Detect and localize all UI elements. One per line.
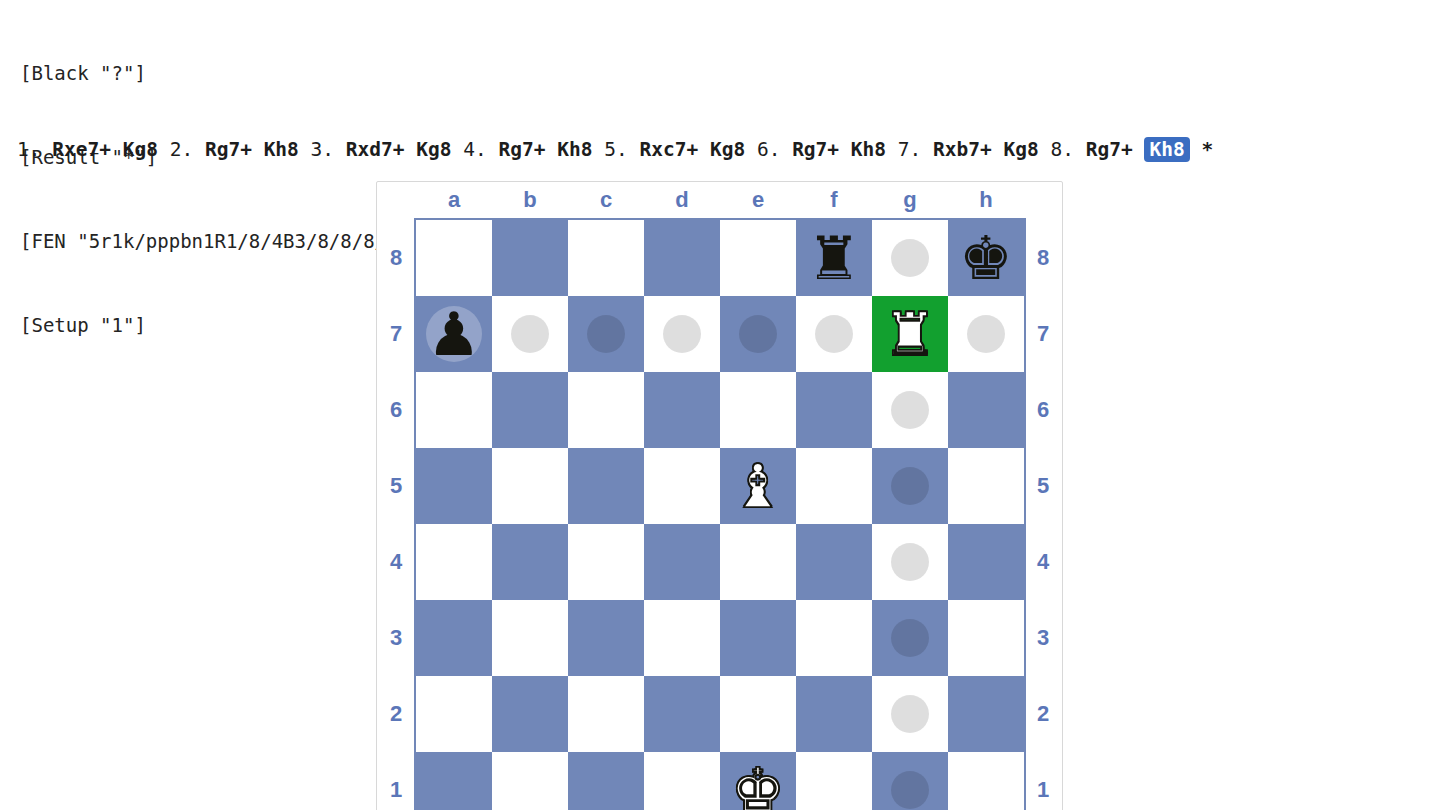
square-d5[interactable]	[644, 448, 720, 524]
square-a3[interactable]	[416, 600, 492, 676]
move-number: 4.	[463, 138, 486, 161]
square-f6[interactable]	[796, 372, 872, 448]
square-e8[interactable]	[720, 220, 796, 296]
file-label-h: h	[948, 182, 1024, 218]
file-label-c: c	[568, 182, 644, 218]
square-a4[interactable]	[416, 524, 492, 600]
move-number: 6.	[757, 138, 780, 161]
legal-move-dot[interactable]	[739, 315, 777, 353]
square-d2[interactable]	[644, 676, 720, 752]
square-b7[interactable]	[492, 296, 568, 372]
move[interactable]: Rg7+	[792, 138, 839, 161]
rank-label-7: 7	[1024, 296, 1062, 372]
white-king-piece[interactable]: ♚	[720, 752, 796, 810]
white-bishop-piece[interactable]: ♝	[720, 448, 796, 524]
square-g3[interactable]	[872, 600, 948, 676]
chess-board-widget: abcdefgh 87654321 87654321 ♜♚♟♜♝♚	[376, 181, 1063, 810]
square-f1[interactable]	[796, 752, 872, 810]
rank-label-1: 1	[1024, 752, 1062, 810]
square-g2[interactable]	[872, 676, 948, 752]
square-e1[interactable]: ♚	[720, 752, 796, 810]
square-h5[interactable]	[948, 448, 1024, 524]
file-label-b: b	[492, 182, 568, 218]
square-g6[interactable]	[872, 372, 948, 448]
legal-move-dot[interactable]	[587, 315, 625, 353]
square-e4[interactable]	[720, 524, 796, 600]
rank-label-8: 8	[1024, 220, 1062, 296]
square-g5[interactable]	[872, 448, 948, 524]
rank-label-4: 4	[1024, 524, 1062, 600]
rank-labels-left: 87654321	[377, 220, 415, 810]
move[interactable]: Kh8	[264, 138, 299, 161]
move[interactable]: Kg8	[123, 138, 158, 161]
square-d8[interactable]	[644, 220, 720, 296]
square-c2[interactable]	[568, 676, 644, 752]
square-g8[interactable]	[872, 220, 948, 296]
move[interactable]: Rg7+	[1086, 138, 1133, 161]
rank-label-3: 3	[377, 600, 415, 676]
square-b1[interactable]	[492, 752, 568, 810]
file-label-e: e	[720, 182, 796, 218]
rank-label-2: 2	[377, 676, 415, 752]
move-number: 3.	[311, 138, 334, 161]
square-d1[interactable]	[644, 752, 720, 810]
legal-move-dot[interactable]	[815, 315, 853, 353]
file-label-g: g	[872, 182, 948, 218]
chess-board: ♜♚♟♜♝♚	[414, 218, 1026, 810]
square-e7[interactable]	[720, 296, 796, 372]
square-h8[interactable]: ♚	[948, 220, 1024, 296]
move[interactable]: Rxd7+	[346, 138, 405, 161]
rank-labels-right: 87654321	[1024, 220, 1062, 810]
legal-move-dot[interactable]	[967, 315, 1005, 353]
square-d3[interactable]	[644, 600, 720, 676]
rank-label-3: 3	[1024, 600, 1062, 676]
square-b8[interactable]	[492, 220, 568, 296]
square-b3[interactable]	[492, 600, 568, 676]
move[interactable]: Kg8	[1004, 138, 1039, 161]
square-b5[interactable]	[492, 448, 568, 524]
rank-label-7: 7	[377, 296, 415, 372]
black-pawn-piece[interactable]: ♟	[416, 296, 492, 372]
square-e2[interactable]	[720, 676, 796, 752]
legal-move-dot[interactable]	[891, 239, 929, 277]
square-d6[interactable]	[644, 372, 720, 448]
square-h1[interactable]	[948, 752, 1024, 810]
square-a2[interactable]	[416, 676, 492, 752]
square-h3[interactable]	[948, 600, 1024, 676]
rank-label-2: 2	[1024, 676, 1062, 752]
rank-label-4: 4	[377, 524, 415, 600]
rank-label-6: 6	[1024, 372, 1062, 448]
square-g1[interactable]	[872, 752, 948, 810]
rank-label-8: 8	[377, 220, 415, 296]
square-e5[interactable]: ♝	[720, 448, 796, 524]
square-a5[interactable]	[416, 448, 492, 524]
square-c7[interactable]	[568, 296, 644, 372]
square-b6[interactable]	[492, 372, 568, 448]
move[interactable]: Kh8	[851, 138, 886, 161]
legal-move-dot[interactable]	[891, 695, 929, 733]
square-f5[interactable]	[796, 448, 872, 524]
white-rook-piece[interactable]: ♜	[872, 296, 948, 372]
move[interactable]: Rg7+	[499, 138, 546, 161]
legal-move-dot[interactable]	[663, 315, 701, 353]
square-h7[interactable]	[948, 296, 1024, 372]
square-f3[interactable]	[796, 600, 872, 676]
square-c1[interactable]	[568, 752, 644, 810]
move-number: 1.	[17, 138, 40, 161]
rank-label-1: 1	[377, 752, 415, 810]
square-g7[interactable]: ♜	[872, 296, 948, 372]
move[interactable]: Kg8	[416, 138, 451, 161]
square-f7[interactable]	[796, 296, 872, 372]
square-d4[interactable]	[644, 524, 720, 600]
square-b4[interactable]	[492, 524, 568, 600]
move[interactable]: Rg7+	[205, 138, 252, 161]
black-king-piece[interactable]: ♚	[948, 220, 1024, 296]
current-move[interactable]: Kh8	[1144, 137, 1189, 162]
move-list: 1. Rxe7+ Kg8 2. Rg7+ Kh8 3. Rxd7+ Kg8 4.…	[17, 136, 1213, 164]
square-e6[interactable]	[720, 372, 796, 448]
square-e3[interactable]	[720, 600, 796, 676]
game-result: *	[1201, 138, 1213, 161]
legal-move-dot[interactable]	[891, 619, 929, 657]
square-f8[interactable]: ♜	[796, 220, 872, 296]
square-a1[interactable]	[416, 752, 492, 810]
move-number: 8.	[1051, 138, 1074, 161]
rank-label-5: 5	[1024, 448, 1062, 524]
black-rook-piece[interactable]: ♜	[796, 220, 872, 296]
move-number: 2.	[170, 138, 193, 161]
legal-move-dot[interactable]	[511, 315, 549, 353]
square-d7[interactable]	[644, 296, 720, 372]
square-a8[interactable]	[416, 220, 492, 296]
move-number: 7.	[898, 138, 921, 161]
move[interactable]: Kg8	[710, 138, 745, 161]
file-labels: abcdefgh	[416, 182, 1024, 218]
rank-label-5: 5	[377, 448, 415, 524]
square-f4[interactable]	[796, 524, 872, 600]
file-label-f: f	[796, 182, 872, 218]
move[interactable]: Rxc7+	[639, 138, 698, 161]
file-label-d: d	[644, 182, 720, 218]
square-a7[interactable]: ♟	[416, 296, 492, 372]
square-c8[interactable]	[568, 220, 644, 296]
file-label-a: a	[416, 182, 492, 218]
square-c4[interactable]	[568, 524, 644, 600]
square-c6[interactable]	[568, 372, 644, 448]
square-h4[interactable]	[948, 524, 1024, 600]
rank-label-6: 6	[377, 372, 415, 448]
legal-move-dot[interactable]	[891, 467, 929, 505]
square-b2[interactable]	[492, 676, 568, 752]
square-f2[interactable]	[796, 676, 872, 752]
legal-move-dot[interactable]	[891, 543, 929, 581]
square-h2[interactable]	[948, 676, 1024, 752]
move[interactable]: Kh8	[557, 138, 592, 161]
square-c5[interactable]	[568, 448, 644, 524]
square-a6[interactable]	[416, 372, 492, 448]
legal-move-dot[interactable]	[891, 771, 929, 809]
move[interactable]: Rxe7+	[52, 138, 111, 161]
pgn-header-black: [Black "?"]	[20, 59, 558, 87]
legal-move-dot[interactable]	[891, 391, 929, 429]
square-g4[interactable]	[872, 524, 948, 600]
move[interactable]: Rxb7+	[933, 138, 992, 161]
move-number: 5.	[604, 138, 627, 161]
square-c3[interactable]	[568, 600, 644, 676]
square-h6[interactable]	[948, 372, 1024, 448]
